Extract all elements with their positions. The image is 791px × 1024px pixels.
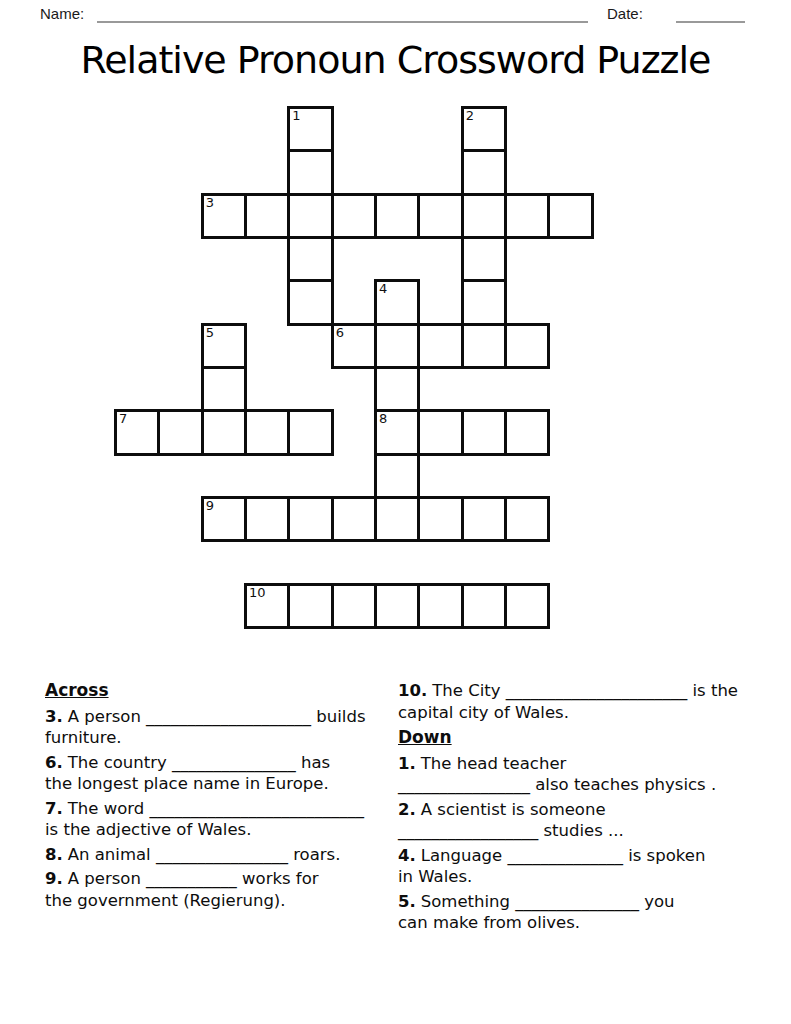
worksheet-page: { "header": { "name_label": "Name:", "da… bbox=[0, 0, 791, 1024]
cell-number-7: 7 bbox=[119, 411, 127, 426]
grid-cell-r7c9[interactable] bbox=[504, 409, 550, 455]
grid-cell-r2c10[interactable] bbox=[547, 193, 593, 239]
cell-number-8: 8 bbox=[379, 411, 387, 426]
grid-cell-r3c8[interactable] bbox=[461, 236, 507, 282]
cell-number-1: 1 bbox=[292, 108, 300, 123]
clue-across-9: 9.A person ___________ works for the gov… bbox=[45, 868, 397, 911]
clue-text: The head teacher ________________ also t… bbox=[398, 754, 716, 795]
grid-cell-r4c8[interactable] bbox=[461, 279, 507, 325]
cell-number-6: 6 bbox=[336, 325, 344, 340]
clue-number: 2. bbox=[398, 800, 416, 819]
grid-cell-r0c4[interactable]: 1 bbox=[287, 106, 333, 152]
grid-cell-r9c8[interactable] bbox=[461, 496, 507, 542]
clue-number: 6. bbox=[45, 753, 63, 772]
grid-cell-r9c6[interactable] bbox=[374, 496, 420, 542]
grid-cell-r5c5[interactable]: 6 bbox=[331, 323, 377, 369]
grid-cell-r11c3[interactable]: 10 bbox=[244, 583, 290, 629]
clue-text: Something _______________ you can make f… bbox=[398, 892, 675, 933]
grid-cell-r2c2[interactable]: 3 bbox=[201, 193, 247, 239]
clue-number: 4. bbox=[398, 846, 416, 865]
grid-cell-r7c2[interactable] bbox=[201, 409, 247, 455]
name-input-line bbox=[97, 21, 588, 23]
clue-text: A person ___________ works for the gover… bbox=[45, 869, 319, 910]
page-title: Relative Pronoun Crossword Puzzle bbox=[0, 38, 791, 82]
grid-cell-r7c3[interactable] bbox=[244, 409, 290, 455]
grid-cell-r4c4[interactable] bbox=[287, 279, 333, 325]
date-input-line bbox=[676, 21, 745, 23]
grid-cell-r9c2[interactable]: 9 bbox=[201, 496, 247, 542]
grid-cell-r11c7[interactable] bbox=[417, 583, 463, 629]
clue-text: A scientist is someone _________________… bbox=[398, 800, 624, 841]
cell-number-2: 2 bbox=[466, 108, 474, 123]
grid-cell-r8c6[interactable] bbox=[374, 453, 420, 499]
grid-cell-r9c7[interactable] bbox=[417, 496, 463, 542]
grid-cell-r1c8[interactable] bbox=[461, 149, 507, 195]
clue-text: The word __________________________ is t… bbox=[45, 799, 364, 840]
across-heading: Across bbox=[45, 680, 397, 702]
date-label: Date: bbox=[607, 5, 643, 22]
cell-number-3: 3 bbox=[206, 195, 214, 210]
grid-cell-r11c9[interactable] bbox=[504, 583, 550, 629]
clue-across-8: 8.An animal ________________ roars. bbox=[45, 844, 397, 866]
grid-cell-r6c6[interactable] bbox=[374, 366, 420, 412]
clue-down-1: 1.The head teacher ________________ also… bbox=[398, 753, 760, 796]
grid-cell-r6c2[interactable] bbox=[201, 366, 247, 412]
grid-cell-r7c1[interactable] bbox=[157, 409, 203, 455]
grid-cell-r0c8[interactable]: 2 bbox=[461, 106, 507, 152]
clue-down-4: 4.Language ______________ is spoken in W… bbox=[398, 845, 760, 888]
clue-number: 10. bbox=[398, 681, 427, 700]
grid-cell-r9c9[interactable] bbox=[504, 496, 550, 542]
grid-cell-r5c9[interactable] bbox=[504, 323, 550, 369]
clue-number: 3. bbox=[45, 707, 63, 726]
grid-cell-r7c4[interactable] bbox=[287, 409, 333, 455]
clue-number: 7. bbox=[45, 799, 63, 818]
grid-cell-r4c6[interactable]: 4 bbox=[374, 279, 420, 325]
across-clues-column: Across 3.A person ____________________ b… bbox=[45, 680, 397, 914]
grid-cell-r11c6[interactable] bbox=[374, 583, 420, 629]
crossword-grid: 12345678910 bbox=[114, 106, 591, 626]
grid-cell-r2c9[interactable] bbox=[504, 193, 550, 239]
clue-text: The City ______________________ is the c… bbox=[398, 681, 738, 722]
grid-cell-r11c8[interactable] bbox=[461, 583, 507, 629]
clue-text: Language ______________ is spoken in Wal… bbox=[398, 846, 705, 887]
cell-number-10: 10 bbox=[249, 585, 266, 600]
grid-cell-r3c4[interactable] bbox=[287, 236, 333, 282]
grid-cell-r7c6[interactable]: 8 bbox=[374, 409, 420, 455]
clue-number: 5. bbox=[398, 892, 416, 911]
grid-cell-r9c4[interactable] bbox=[287, 496, 333, 542]
grid-cell-r2c3[interactable] bbox=[244, 193, 290, 239]
clue-text: A person ____________________ builds fur… bbox=[45, 707, 366, 748]
grid-cell-r7c8[interactable] bbox=[461, 409, 507, 455]
grid-cell-r5c6[interactable] bbox=[374, 323, 420, 369]
grid-cell-r2c7[interactable] bbox=[417, 193, 463, 239]
grid-cell-r2c4[interactable] bbox=[287, 193, 333, 239]
grid-cell-r11c5[interactable] bbox=[331, 583, 377, 629]
grid-cell-r5c8[interactable] bbox=[461, 323, 507, 369]
clue-number: 9. bbox=[45, 869, 63, 888]
clue-number: 8. bbox=[45, 845, 63, 864]
clue-text: An animal ________________ roars. bbox=[68, 845, 341, 864]
grid-cell-r9c3[interactable] bbox=[244, 496, 290, 542]
clue-across-7: 7.The word __________________________ is… bbox=[45, 798, 397, 841]
grid-cell-r7c7[interactable] bbox=[417, 409, 463, 455]
cell-number-9: 9 bbox=[206, 498, 214, 513]
clue-down-5: 5.Something _______________ you can make… bbox=[398, 891, 760, 934]
down-clues-column: 10.The City ______________________ is th… bbox=[398, 680, 760, 937]
grid-cell-r11c4[interactable] bbox=[287, 583, 333, 629]
cell-number-5: 5 bbox=[206, 325, 214, 340]
clue-down-2: 2.A scientist is someone _______________… bbox=[398, 799, 760, 842]
grid-cell-r5c2[interactable]: 5 bbox=[201, 323, 247, 369]
grid-cell-r2c5[interactable] bbox=[331, 193, 377, 239]
cell-number-4: 4 bbox=[379, 281, 387, 296]
name-label: Name: bbox=[40, 5, 84, 22]
grid-cell-r1c4[interactable] bbox=[287, 149, 333, 195]
grid-cell-r2c8[interactable] bbox=[461, 193, 507, 239]
clue-across-6: 6.The country _______________ has the lo… bbox=[45, 752, 397, 795]
clue-number: 1. bbox=[398, 754, 416, 773]
grid-cell-r9c5[interactable] bbox=[331, 496, 377, 542]
down-heading: Down bbox=[398, 727, 760, 749]
grid-cell-r2c6[interactable] bbox=[374, 193, 420, 239]
grid-cell-r7c0[interactable]: 7 bbox=[114, 409, 160, 455]
clue-across-10: 10.The City ______________________ is th… bbox=[398, 680, 760, 723]
clue-across-3: 3.A person ____________________ builds f… bbox=[45, 706, 397, 749]
grid-cell-r5c7[interactable] bbox=[417, 323, 463, 369]
clue-text: The country _______________ has the long… bbox=[45, 753, 330, 794]
